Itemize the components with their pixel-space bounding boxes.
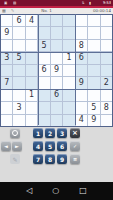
- cell-r1c7[interactable]: [76, 15, 87, 26]
- cell-r2c3[interactable]: [26, 27, 37, 38]
- cell-r3c5[interactable]: [51, 40, 62, 51]
- digit-button-6[interactable]: 6: [57, 141, 67, 151]
- cell-r2c8[interactable]: [88, 27, 99, 38]
- cell-r7c1[interactable]: [1, 90, 12, 101]
- cell-r7c4[interactable]: [38, 90, 49, 101]
- cell-r1c9[interactable]: [101, 15, 112, 26]
- digit-button-8[interactable]: 8: [45, 154, 55, 164]
- cell-r8c8[interactable]: 5: [88, 102, 99, 113]
- puzzle-number-label: No. 1: [41, 10, 51, 13]
- cell-r7c8[interactable]: [88, 90, 99, 101]
- cell-r5c8[interactable]: [88, 65, 99, 76]
- cell-r6c1[interactable]: 7: [1, 77, 12, 88]
- battery-icon: ▮: [89, 2, 91, 5]
- cell-r3c2[interactable]: [13, 40, 24, 51]
- cell-r8c6[interactable]: [63, 102, 74, 113]
- cell-r7c6[interactable]: [63, 90, 74, 101]
- status-clock: 9:53: [103, 2, 111, 5]
- notification-icon-1: ▣: [4, 2, 7, 5]
- cell-r1c1[interactable]: [1, 15, 12, 26]
- cell-r6c6[interactable]: [63, 77, 74, 88]
- cell-r5c4[interactable]: 6: [38, 65, 49, 76]
- hint-bulb-icon: [12, 130, 18, 136]
- cell-r6c9[interactable]: 2: [101, 77, 112, 88]
- cell-r7c7[interactable]: [76, 90, 87, 101]
- digit-button-4[interactable]: 4: [33, 141, 43, 151]
- home-button[interactable]: ○: [52, 187, 59, 195]
- cell-r8c7[interactable]: [76, 102, 87, 113]
- cell-r5c5[interactable]: 9: [51, 65, 62, 76]
- cell-r8c5[interactable]: [51, 102, 62, 113]
- cell-r4c2[interactable]: 5: [13, 52, 24, 63]
- cell-r7c9[interactable]: [101, 90, 112, 101]
- cell-r2c4[interactable]: [38, 27, 49, 38]
- back-button[interactable]: ◁: [26, 187, 32, 195]
- cell-r8c1[interactable]: [1, 102, 12, 113]
- digit-button-7[interactable]: 7: [33, 154, 43, 164]
- sudoku-board: 649583516697921635849: [0, 14, 113, 127]
- cell-r4c9[interactable]: [101, 52, 112, 63]
- cell-r9c3[interactable]: [26, 115, 37, 126]
- menu-button[interactable]: ≡: [70, 154, 80, 164]
- cell-r4c6[interactable]: 1: [63, 52, 74, 63]
- cell-r2c5[interactable]: [51, 27, 62, 38]
- pencil-button[interactable]: ✎: [10, 154, 20, 164]
- cell-r9c5[interactable]: [51, 115, 62, 126]
- delete-button[interactable]: ×: [70, 128, 80, 138]
- cell-r4c7[interactable]: 6: [76, 52, 87, 63]
- redo-button[interactable]: ►: [12, 141, 22, 151]
- sudoku-app-screen: ▣ ▤ ⇅ ▮ 9:53 ▦ ✎ No. 1 00:00:14 64958351…: [0, 0, 113, 200]
- android-nav-bar: ◁ ○ □: [0, 182, 113, 200]
- cell-r5c3[interactable]: [26, 65, 37, 76]
- cell-r4c1[interactable]: 3: [1, 52, 12, 63]
- cell-r9c8[interactable]: 9: [88, 115, 99, 126]
- data-transfer-icon: ⇅: [82, 2, 85, 5]
- box-line-horizontal-2: [1, 89, 112, 90]
- cell-r8c3[interactable]: [26, 102, 37, 113]
- cell-r2c9[interactable]: [101, 27, 112, 38]
- cell-r1c3[interactable]: 4: [26, 15, 37, 26]
- cell-r4c4[interactable]: [38, 52, 49, 63]
- grid-icon: ▦: [2, 10, 6, 13]
- cell-r3c4[interactable]: 5: [38, 40, 49, 51]
- game-timer: 00:00:14: [93, 10, 111, 13]
- cell-r9c6[interactable]: [63, 115, 74, 126]
- cell-r4c8[interactable]: [88, 52, 99, 63]
- cell-r8c4[interactable]: [38, 102, 49, 113]
- notification-icon-2: ▤: [13, 2, 16, 5]
- cell-r7c5[interactable]: 6: [51, 90, 62, 101]
- cell-r3c1[interactable]: [1, 40, 12, 51]
- box-line-vertical-2: [75, 14, 76, 125]
- cell-r9c7[interactable]: 4: [76, 115, 87, 126]
- cell-r3c9[interactable]: [101, 40, 112, 51]
- pencil-icon: ✎: [11, 10, 14, 13]
- cell-r9c9[interactable]: [101, 115, 112, 126]
- cell-r5c9[interactable]: [101, 65, 112, 76]
- cell-r9c1[interactable]: [1, 115, 12, 126]
- cell-r8c9[interactable]: 8: [101, 102, 112, 113]
- cell-r2c2[interactable]: [13, 27, 24, 38]
- cell-r3c7[interactable]: 8: [76, 40, 87, 51]
- cell-r6c7[interactable]: 9: [76, 77, 87, 88]
- check-button[interactable]: ✓: [70, 141, 80, 151]
- cell-r5c1[interactable]: [1, 65, 12, 76]
- keypad-panel: 123× ◄►456✓ ✎789≡: [0, 127, 113, 182]
- hint-button[interactable]: [10, 128, 20, 138]
- cell-r6c8[interactable]: [88, 77, 99, 88]
- cell-r7c3[interactable]: 1: [26, 90, 37, 101]
- digit-button-1[interactable]: 1: [33, 128, 43, 138]
- cell-r3c3[interactable]: [26, 40, 37, 51]
- cell-r6c5[interactable]: [51, 77, 62, 88]
- cell-r1c6[interactable]: [63, 15, 74, 26]
- cell-r5c7[interactable]: [76, 65, 87, 76]
- recents-button[interactable]: □: [79, 187, 87, 195]
- cell-r5c2[interactable]: [13, 65, 24, 76]
- cell-r5c6[interactable]: [63, 65, 74, 76]
- cell-r7c2[interactable]: [13, 90, 24, 101]
- cell-r6c2[interactable]: [13, 77, 24, 88]
- cell-r6c4[interactable]: [38, 77, 49, 88]
- cell-r4c3[interactable]: [26, 52, 37, 63]
- cell-r2c6[interactable]: [63, 27, 74, 38]
- cell-r3c8[interactable]: [88, 40, 99, 51]
- cell-r1c4[interactable]: [38, 15, 49, 26]
- cell-r9c4[interactable]: [38, 115, 49, 126]
- box-line-horizontal-1: [1, 52, 112, 53]
- digit-button-2[interactable]: 2: [45, 128, 55, 138]
- cell-r9c2[interactable]: [13, 115, 24, 126]
- cell-r1c2[interactable]: 6: [13, 15, 24, 26]
- digit-button-3[interactable]: 3: [57, 128, 67, 138]
- cell-r4c5[interactable]: [51, 52, 62, 63]
- cell-r2c7[interactable]: [76, 27, 87, 38]
- cell-r1c5[interactable]: [51, 15, 62, 26]
- cell-r3c6[interactable]: [63, 40, 74, 51]
- box-line-vertical-1: [38, 14, 39, 125]
- cell-r2c1[interactable]: 9: [1, 27, 12, 38]
- undo-button[interactable]: ◄: [1, 141, 11, 151]
- cell-r8c2[interactable]: 3: [13, 102, 24, 113]
- cell-r6c3[interactable]: [26, 77, 37, 88]
- digit-button-9[interactable]: 9: [57, 154, 67, 164]
- digit-button-5[interactable]: 5: [45, 141, 55, 151]
- cell-r1c8[interactable]: [88, 15, 99, 26]
